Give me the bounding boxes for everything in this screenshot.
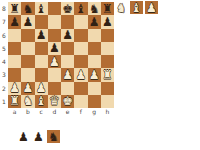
square-b3[interactable] [21, 68, 34, 81]
white-pawn[interactable]: ♟ [9, 82, 20, 94]
captured-black-pawn: ♟ [32, 130, 45, 143]
black-knight[interactable]: ♞ [22, 3, 33, 15]
black-pawn[interactable]: ♟ [49, 42, 60, 54]
black-bishop[interactable]: ♝ [36, 3, 47, 15]
square-c3[interactable] [35, 68, 48, 81]
square-g2[interactable] [88, 82, 101, 95]
square-h8[interactable]: ♜ [101, 2, 114, 15]
square-g8[interactable]: ♞ [88, 2, 101, 15]
square-h5[interactable] [101, 42, 114, 55]
square-c6[interactable]: ♟ [35, 29, 48, 42]
square-g3[interactable]: ♟ [88, 68, 101, 81]
square-a5[interactable] [8, 42, 21, 55]
square-h1[interactable] [101, 95, 114, 108]
white-pawn[interactable]: ♟ [22, 82, 33, 94]
rank-label-1: 1 [0, 95, 8, 108]
black-pawn[interactable]: ♟ [22, 16, 33, 28]
square-h2[interactable] [101, 82, 114, 95]
white-pawn[interactable]: ♟ [49, 56, 60, 68]
file-label-f: f [74, 108, 87, 117]
white-pawn[interactable]: ♟ [36, 82, 47, 94]
rank-label-3: 3 [0, 68, 8, 81]
black-rook[interactable]: ♜ [102, 3, 113, 15]
white-king[interactable]: ♚ [62, 95, 73, 107]
square-d2[interactable] [48, 82, 61, 95]
rank-label-2: 2 [0, 82, 8, 95]
square-e8[interactable]: ♚ [61, 2, 74, 15]
file-label-d: d [48, 108, 61, 117]
white-pawn[interactable]: ♟ [89, 69, 100, 81]
captured-black-knight[interactable]: ♞ [47, 130, 60, 143]
square-b2[interactable]: ♟ [21, 82, 34, 95]
square-d1[interactable]: ♛ [48, 95, 61, 108]
square-g5[interactable] [88, 42, 101, 55]
file-label-b: b [21, 108, 34, 117]
square-d7[interactable] [48, 15, 61, 28]
square-e4[interactable] [61, 55, 74, 68]
square-e2[interactable] [61, 82, 74, 95]
square-h4[interactable] [101, 55, 114, 68]
square-e1[interactable]: ♚ [61, 95, 74, 108]
square-f6[interactable] [74, 29, 87, 42]
square-b4[interactable] [21, 55, 34, 68]
square-a2[interactable]: ♟ [8, 82, 21, 95]
black-bishop[interactable]: ♝ [75, 3, 86, 15]
square-a6[interactable] [8, 29, 21, 42]
file-label-h: h [101, 108, 114, 117]
square-c8[interactable]: ♝ [35, 2, 48, 15]
square-b6[interactable] [21, 29, 34, 42]
black-rook[interactable]: ♜ [9, 3, 20, 15]
black-pawn[interactable]: ♟ [36, 29, 47, 41]
square-c2[interactable]: ♟ [35, 82, 48, 95]
chess-board[interactable]: ♜♞♝♚♝♞♜♟♟♟♟♟♟♟♟♟♟♟♜♟♟♟♜♞♝♛♚ [8, 2, 114, 108]
captured-white-knight: ♞ [115, 1, 128, 14]
square-d5[interactable]: ♟ [48, 42, 61, 55]
square-h7[interactable]: ♟ [101, 15, 114, 28]
white-pawn-icon: ♟ [146, 2, 157, 14]
white-bishop[interactable]: ♝ [36, 95, 47, 107]
square-f2[interactable] [74, 82, 87, 95]
square-f7[interactable] [74, 15, 87, 28]
square-a3[interactable] [8, 68, 21, 81]
square-c5[interactable] [35, 42, 48, 55]
square-e3[interactable]: ♟ [61, 68, 74, 81]
black-king[interactable]: ♚ [62, 3, 73, 15]
captured-black-tray: ♟♟♞ [17, 130, 60, 143]
square-h3[interactable]: ♜ [101, 68, 114, 81]
rank-label-4: 4 [0, 55, 8, 68]
square-b7[interactable]: ♟ [21, 15, 34, 28]
square-e5[interactable] [61, 42, 74, 55]
file-label-a: a [8, 108, 21, 117]
square-f5[interactable] [74, 42, 87, 55]
square-c1[interactable]: ♝ [35, 95, 48, 108]
black-pawn[interactable]: ♟ [89, 16, 100, 28]
square-a4[interactable] [8, 55, 21, 68]
captured-white-bishop[interactable]: ♝ [130, 1, 143, 14]
file-label-g: g [88, 108, 101, 117]
rank-label-7: 7 [0, 15, 8, 28]
square-a7[interactable]: ♟ [8, 15, 21, 28]
rank-label-8: 8 [0, 2, 8, 15]
white-rook[interactable]: ♜ [102, 69, 113, 81]
square-a1[interactable]: ♜ [8, 95, 21, 108]
square-d8[interactable] [48, 2, 61, 15]
square-f1[interactable] [74, 95, 87, 108]
square-c7[interactable] [35, 15, 48, 28]
square-a8[interactable]: ♜ [8, 2, 21, 15]
square-b1[interactable]: ♞ [21, 95, 34, 108]
square-h6[interactable] [101, 29, 114, 42]
black-pawn-icon: ♟ [18, 131, 29, 143]
black-pawn[interactable]: ♟ [62, 29, 73, 41]
black-pawn[interactable]: ♟ [9, 16, 20, 28]
square-g7[interactable]: ♟ [88, 15, 101, 28]
square-e7[interactable] [61, 15, 74, 28]
square-g1[interactable] [88, 95, 101, 108]
captured-black-pawn: ♟ [17, 130, 30, 143]
file-label-e: e [61, 108, 74, 117]
captured-white-pawn[interactable]: ♟ [145, 1, 158, 14]
rank-label-6: 6 [0, 29, 8, 42]
white-pawn[interactable]: ♟ [62, 69, 73, 81]
square-d4[interactable]: ♟ [48, 55, 61, 68]
rank-labels: 87654321 [0, 2, 8, 108]
square-c4[interactable] [35, 55, 48, 68]
captured-white-tray: ♞♝♟ [115, 1, 158, 14]
white-queen[interactable]: ♛ [49, 95, 60, 107]
black-knight[interactable]: ♞ [89, 3, 100, 15]
square-f3[interactable]: ♟ [74, 68, 87, 81]
square-d3[interactable] [48, 68, 61, 81]
file-label-c: c [35, 108, 48, 117]
square-d6[interactable] [48, 29, 61, 42]
square-e6[interactable]: ♟ [61, 29, 74, 42]
black-knight-icon: ♞ [48, 131, 59, 143]
square-f8[interactable]: ♝ [74, 2, 87, 15]
square-f4[interactable] [74, 55, 87, 68]
white-knight[interactable]: ♞ [22, 95, 33, 107]
white-rook[interactable]: ♜ [9, 95, 20, 107]
square-b5[interactable] [21, 42, 34, 55]
file-labels: abcdefgh [8, 108, 114, 117]
white-pawn[interactable]: ♟ [75, 69, 86, 81]
square-g4[interactable] [88, 55, 101, 68]
white-knight-icon: ♞ [115, 1, 128, 15]
square-g6[interactable] [88, 29, 101, 42]
square-b8[interactable]: ♞ [21, 2, 34, 15]
black-pawn-icon: ♟ [33, 131, 44, 143]
rank-label-5: 5 [0, 42, 8, 55]
white-bishop-icon: ♝ [131, 2, 142, 14]
black-pawn[interactable]: ♟ [102, 16, 113, 28]
